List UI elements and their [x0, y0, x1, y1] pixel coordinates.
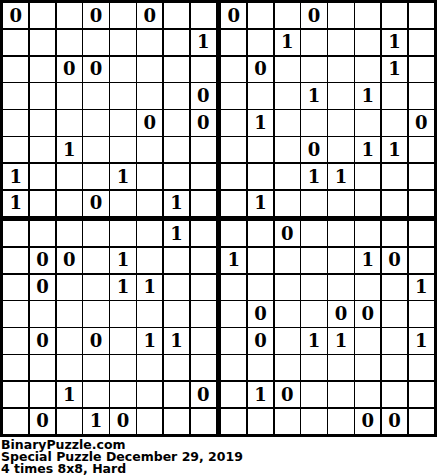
- empty-cell[interactable]: [191, 164, 216, 189]
- given-cell: 0: [83, 191, 108, 216]
- empty-cell[interactable]: [355, 57, 380, 82]
- empty-cell[interactable]: [30, 3, 55, 28]
- empty-cell[interactable]: [409, 3, 434, 28]
- empty-cell[interactable]: [355, 221, 380, 246]
- empty-cell[interactable]: [137, 248, 162, 273]
- given-cell: 0: [83, 57, 108, 82]
- empty-cell[interactable]: [275, 83, 300, 108]
- empty-cell[interactable]: [57, 275, 82, 300]
- empty-cell[interactable]: [301, 382, 326, 407]
- empty-cell[interactable]: [275, 137, 300, 162]
- given-cell: 1: [409, 328, 434, 353]
- empty-cell[interactable]: [301, 409, 326, 434]
- given-cell: 1: [110, 164, 135, 189]
- empty-cell[interactable]: [3, 275, 28, 300]
- empty-cell[interactable]: [275, 3, 300, 28]
- given-cell: 0: [301, 3, 326, 28]
- empty-cell[interactable]: [164, 355, 189, 380]
- empty-cell[interactable]: [248, 221, 273, 246]
- empty-cell[interactable]: [164, 83, 189, 108]
- empty-cell[interactable]: [301, 248, 326, 273]
- empty-cell[interactable]: [328, 382, 353, 407]
- empty-cell[interactable]: [164, 275, 189, 300]
- empty-cell[interactable]: [57, 221, 82, 246]
- given-cell: 0: [191, 83, 216, 108]
- given-cell: 0: [83, 3, 108, 28]
- given-cell: 1: [164, 221, 189, 246]
- empty-cell[interactable]: [328, 30, 353, 55]
- empty-cell[interactable]: [248, 275, 273, 300]
- given-cell: 0: [248, 57, 273, 82]
- given-cell: 1: [137, 328, 162, 353]
- empty-cell[interactable]: [83, 164, 108, 189]
- empty-cell[interactable]: [301, 30, 326, 55]
- given-cell: 1: [248, 110, 273, 135]
- empty-cell[interactable]: [328, 248, 353, 273]
- empty-cell[interactable]: [110, 83, 135, 108]
- given-cell: 0: [30, 409, 55, 434]
- empty-cell[interactable]: [110, 301, 135, 326]
- empty-cell[interactable]: [275, 248, 300, 273]
- puzzle-spec: 4 times 8x8, Hard: [1, 463, 437, 475]
- empty-cell[interactable]: [30, 164, 55, 189]
- empty-cell[interactable]: [301, 275, 326, 300]
- empty-cell[interactable]: [137, 30, 162, 55]
- empty-cell[interactable]: [382, 164, 407, 189]
- empty-cell[interactable]: [83, 30, 108, 55]
- empty-cell[interactable]: [409, 301, 434, 326]
- empty-cell[interactable]: [409, 164, 434, 189]
- empty-cell[interactable]: [248, 164, 273, 189]
- empty-cell[interactable]: [191, 328, 216, 353]
- empty-cell[interactable]: [275, 328, 300, 353]
- empty-cell[interactable]: [137, 137, 162, 162]
- empty-cell[interactable]: [221, 382, 246, 407]
- empty-cell[interactable]: [57, 110, 82, 135]
- given-cell: 0: [328, 301, 353, 326]
- empty-cell[interactable]: [409, 355, 434, 380]
- given-cell: 0: [355, 301, 380, 326]
- empty-cell[interactable]: [191, 191, 216, 216]
- empty-cell[interactable]: [137, 164, 162, 189]
- empty-cell[interactable]: [409, 30, 434, 55]
- empty-cell[interactable]: [164, 3, 189, 28]
- empty-cell[interactable]: [83, 275, 108, 300]
- empty-cell[interactable]: [3, 137, 28, 162]
- empty-cell[interactable]: [328, 355, 353, 380]
- given-cell: 1: [3, 191, 28, 216]
- empty-cell[interactable]: [328, 275, 353, 300]
- given-cell: 1: [248, 382, 273, 407]
- empty-cell[interactable]: [301, 301, 326, 326]
- empty-cell[interactable]: [382, 382, 407, 407]
- empty-cell[interactable]: [30, 221, 55, 246]
- empty-cell[interactable]: [191, 3, 216, 28]
- empty-cell[interactable]: [191, 221, 216, 246]
- empty-cell[interactable]: [30, 301, 55, 326]
- empty-cell[interactable]: [382, 275, 407, 300]
- given-cell: 1: [57, 137, 82, 162]
- empty-cell[interactable]: [409, 221, 434, 246]
- given-cell: 1: [57, 382, 82, 407]
- empty-cell[interactable]: [248, 3, 273, 28]
- given-cell: 0: [137, 3, 162, 28]
- empty-cell[interactable]: [328, 191, 353, 216]
- empty-cell[interactable]: [221, 355, 246, 380]
- empty-cell[interactable]: [164, 30, 189, 55]
- empty-cell[interactable]: [275, 301, 300, 326]
- given-cell: 1: [164, 191, 189, 216]
- empty-cell[interactable]: [164, 409, 189, 434]
- given-cell: 0: [275, 382, 300, 407]
- empty-cell[interactable]: [83, 355, 108, 380]
- empty-cell[interactable]: [409, 382, 434, 407]
- given-cell: 1: [164, 328, 189, 353]
- empty-cell[interactable]: [57, 328, 82, 353]
- empty-cell[interactable]: [3, 83, 28, 108]
- given-cell: 1: [275, 30, 300, 55]
- empty-cell[interactable]: [191, 137, 216, 162]
- given-cell: 0: [30, 248, 55, 273]
- empty-cell[interactable]: [409, 83, 434, 108]
- empty-cell[interactable]: [3, 57, 28, 82]
- empty-cell[interactable]: [248, 355, 273, 380]
- given-cell: 0: [248, 328, 273, 353]
- empty-cell[interactable]: [164, 164, 189, 189]
- empty-cell[interactable]: [137, 83, 162, 108]
- empty-cell[interactable]: [57, 83, 82, 108]
- empty-cell[interactable]: [137, 191, 162, 216]
- empty-cell[interactable]: [409, 409, 434, 434]
- empty-cell[interactable]: [382, 221, 407, 246]
- empty-cell[interactable]: [275, 164, 300, 189]
- empty-cell[interactable]: [110, 30, 135, 55]
- given-cell: 0: [191, 110, 216, 135]
- given-cell: 1: [301, 83, 326, 108]
- empty-cell[interactable]: [30, 191, 55, 216]
- empty-cell[interactable]: [191, 301, 216, 326]
- given-cell: 0: [301, 137, 326, 162]
- empty-cell[interactable]: [301, 355, 326, 380]
- empty-cell[interactable]: [301, 110, 326, 135]
- empty-cell[interactable]: [83, 301, 108, 326]
- empty-cell[interactable]: [382, 301, 407, 326]
- empty-cell[interactable]: [137, 301, 162, 326]
- given-cell: 1: [248, 191, 273, 216]
- empty-cell[interactable]: [328, 137, 353, 162]
- empty-cell[interactable]: [164, 248, 189, 273]
- empty-cell[interactable]: [382, 355, 407, 380]
- empty-cell[interactable]: [248, 409, 273, 434]
- given-cell: 0: [355, 409, 380, 434]
- given-cell: 0: [248, 301, 273, 326]
- empty-cell[interactable]: [328, 221, 353, 246]
- empty-cell[interactable]: [275, 110, 300, 135]
- given-cell: 0: [30, 328, 55, 353]
- given-cell: 0: [57, 57, 82, 82]
- empty-cell[interactable]: [110, 137, 135, 162]
- empty-cell[interactable]: [30, 57, 55, 82]
- empty-cell[interactable]: [3, 110, 28, 135]
- empty-cell[interactable]: [382, 110, 407, 135]
- empty-cell[interactable]: [110, 382, 135, 407]
- empty-cell[interactable]: [409, 137, 434, 162]
- empty-cell[interactable]: [191, 275, 216, 300]
- empty-cell[interactable]: [3, 409, 28, 434]
- empty-cell[interactable]: [191, 248, 216, 273]
- empty-cell[interactable]: [30, 382, 55, 407]
- empty-cell[interactable]: [328, 3, 353, 28]
- given-cell: 1: [382, 30, 407, 55]
- empty-cell[interactable]: [355, 328, 380, 353]
- given-cell: 1: [382, 57, 407, 82]
- given-cell: 0: [191, 382, 216, 407]
- empty-cell[interactable]: [110, 328, 135, 353]
- empty-cell[interactable]: [83, 248, 108, 273]
- footer: BinaryPuzzle.com Special Puzzle December…: [0, 437, 437, 475]
- empty-cell[interactable]: [221, 409, 246, 434]
- empty-cell[interactable]: [301, 191, 326, 216]
- empty-cell[interactable]: [221, 164, 246, 189]
- empty-cell[interactable]: [191, 57, 216, 82]
- empty-cell[interactable]: [328, 83, 353, 108]
- empty-cell[interactable]: [110, 3, 135, 28]
- binary-puzzle-board: 000100000111101 0011011110011111 1001011…: [0, 0, 437, 437]
- empty-cell[interactable]: [57, 355, 82, 380]
- empty-cell[interactable]: [191, 409, 216, 434]
- empty-cell[interactable]: [3, 248, 28, 273]
- empty-cell[interactable]: [30, 83, 55, 108]
- empty-cell[interactable]: [164, 110, 189, 135]
- given-cell: 1: [355, 248, 380, 273]
- empty-cell[interactable]: [248, 137, 273, 162]
- empty-cell[interactable]: [221, 137, 246, 162]
- empty-cell[interactable]: [328, 57, 353, 82]
- given-cell: 1: [328, 328, 353, 353]
- given-cell: 0: [110, 409, 135, 434]
- puzzle-top-right: 0011011110011111: [221, 3, 434, 216]
- empty-cell[interactable]: [3, 355, 28, 380]
- empty-cell[interactable]: [57, 191, 82, 216]
- empty-cell[interactable]: [30, 137, 55, 162]
- puzzle-bottom-left: 1001011001110010: [3, 221, 216, 434]
- empty-cell[interactable]: [164, 382, 189, 407]
- empty-cell[interactable]: [301, 221, 326, 246]
- given-cell: 1: [355, 137, 380, 162]
- empty-cell[interactable]: [221, 57, 246, 82]
- puzzle-bottom-right: 0110100001111000: [221, 221, 434, 434]
- given-cell: 0: [409, 110, 434, 135]
- empty-cell[interactable]: [83, 137, 108, 162]
- empty-cell[interactable]: [83, 382, 108, 407]
- empty-cell[interactable]: [164, 137, 189, 162]
- empty-cell[interactable]: [164, 57, 189, 82]
- given-cell: 0: [30, 275, 55, 300]
- empty-cell[interactable]: [355, 355, 380, 380]
- empty-cell[interactable]: [355, 3, 380, 28]
- empty-cell[interactable]: [409, 191, 434, 216]
- empty-cell[interactable]: [221, 110, 246, 135]
- empty-cell[interactable]: [248, 83, 273, 108]
- given-cell: 1: [382, 137, 407, 162]
- empty-cell[interactable]: [83, 83, 108, 108]
- empty-cell[interactable]: [110, 355, 135, 380]
- given-cell: 1: [328, 164, 353, 189]
- empty-cell[interactable]: [30, 110, 55, 135]
- empty-cell[interactable]: [3, 30, 28, 55]
- empty-cell[interactable]: [275, 191, 300, 216]
- empty-cell[interactable]: [57, 30, 82, 55]
- empty-cell[interactable]: [275, 409, 300, 434]
- empty-cell[interactable]: [110, 57, 135, 82]
- empty-cell[interactable]: [275, 355, 300, 380]
- empty-cell[interactable]: [137, 355, 162, 380]
- empty-cell[interactable]: [301, 57, 326, 82]
- given-cell: 1: [110, 248, 135, 273]
- empty-cell[interactable]: [30, 30, 55, 55]
- given-cell: 0: [3, 3, 28, 28]
- empty-cell[interactable]: [110, 191, 135, 216]
- empty-cell[interactable]: [30, 355, 55, 380]
- given-cell: 0: [57, 248, 82, 273]
- empty-cell[interactable]: [382, 328, 407, 353]
- empty-cell[interactable]: [355, 382, 380, 407]
- empty-cell[interactable]: [137, 382, 162, 407]
- empty-cell[interactable]: [382, 191, 407, 216]
- given-cell: 1: [83, 409, 108, 434]
- empty-cell[interactable]: [83, 221, 108, 246]
- empty-cell[interactable]: [221, 221, 246, 246]
- empty-cell[interactable]: [221, 328, 246, 353]
- given-cell: 1: [137, 275, 162, 300]
- given-cell: 1: [355, 83, 380, 108]
- empty-cell[interactable]: [3, 382, 28, 407]
- empty-cell[interactable]: [409, 57, 434, 82]
- empty-cell[interactable]: [3, 301, 28, 326]
- empty-cell[interactable]: [355, 30, 380, 55]
- empty-cell[interactable]: [57, 3, 82, 28]
- empty-cell[interactable]: [57, 301, 82, 326]
- empty-cell[interactable]: [275, 57, 300, 82]
- empty-cell[interactable]: [57, 164, 82, 189]
- puzzle-top-left: 000100000111101: [3, 3, 216, 216]
- empty-cell[interactable]: [83, 110, 108, 135]
- given-cell: 1: [110, 275, 135, 300]
- empty-cell[interactable]: [355, 164, 380, 189]
- empty-cell[interactable]: [164, 301, 189, 326]
- empty-cell[interactable]: [137, 221, 162, 246]
- empty-cell[interactable]: [221, 30, 246, 55]
- empty-cell[interactable]: [110, 221, 135, 246]
- empty-cell[interactable]: [3, 221, 28, 246]
- empty-cell[interactable]: [221, 301, 246, 326]
- given-cell: 0: [275, 221, 300, 246]
- empty-cell[interactable]: [221, 191, 246, 216]
- empty-cell[interactable]: [328, 110, 353, 135]
- empty-cell[interactable]: [355, 191, 380, 216]
- empty-cell[interactable]: [409, 248, 434, 273]
- empty-cell[interactable]: [137, 409, 162, 434]
- empty-cell[interactable]: [248, 30, 273, 55]
- given-cell: 1: [191, 30, 216, 55]
- empty-cell[interactable]: [355, 275, 380, 300]
- given-cell: 0: [382, 409, 407, 434]
- empty-cell[interactable]: [137, 57, 162, 82]
- given-cell: 1: [221, 248, 246, 273]
- empty-cell[interactable]: [248, 248, 273, 273]
- empty-cell[interactable]: [57, 409, 82, 434]
- given-cell: 0: [382, 248, 407, 273]
- empty-cell[interactable]: [382, 83, 407, 108]
- empty-cell[interactable]: [328, 409, 353, 434]
- empty-cell[interactable]: [3, 328, 28, 353]
- given-cell: 1: [301, 328, 326, 353]
- empty-cell[interactable]: [275, 275, 300, 300]
- given-cell: 0: [221, 3, 246, 28]
- empty-cell[interactable]: [110, 110, 135, 135]
- empty-cell[interactable]: [191, 355, 216, 380]
- given-cell: 1: [3, 164, 28, 189]
- given-cell: 0: [83, 328, 108, 353]
- given-cell: 0: [137, 110, 162, 135]
- given-cell: 1: [409, 275, 434, 300]
- given-cell: 1: [301, 164, 326, 189]
- empty-cell[interactable]: [355, 110, 380, 135]
- empty-cell[interactable]: [221, 275, 246, 300]
- empty-cell[interactable]: [221, 83, 246, 108]
- empty-cell[interactable]: [382, 3, 407, 28]
